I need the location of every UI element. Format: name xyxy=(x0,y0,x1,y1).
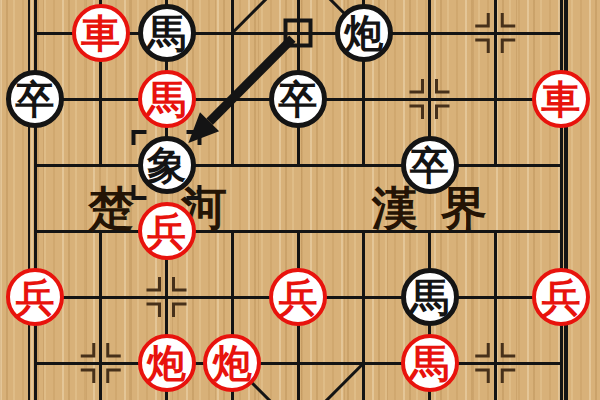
point-marker-corner xyxy=(475,343,488,356)
piece-red-soldier[interactable]: 兵 xyxy=(269,268,327,326)
piece-red-cannon[interactable]: 炮 xyxy=(138,334,196,392)
point-marker-corner xyxy=(475,13,488,26)
point-marker-corner xyxy=(502,343,515,356)
xiangqi-board[interactable]: 楚 河 漢 界 車馬炮卒馬卒車象卒兵兵兵馬兵炮炮馬 xyxy=(0,0,600,400)
point-marker-corner xyxy=(437,106,450,119)
piece-black-soldier[interactable]: 卒 xyxy=(269,70,327,128)
piece-black-horse[interactable]: 馬 xyxy=(401,268,459,326)
piece-black-soldier[interactable]: 卒 xyxy=(401,136,459,194)
point-marker-corner xyxy=(174,277,187,290)
piece-red-horse[interactable]: 馬 xyxy=(138,70,196,128)
piece-red-cannon[interactable]: 炮 xyxy=(203,334,261,392)
point-marker-corner xyxy=(147,277,160,290)
point-marker-corner xyxy=(108,343,121,356)
point-marker-corner xyxy=(475,370,488,383)
piece-red-chariot[interactable]: 車 xyxy=(532,70,590,128)
point-marker-corner xyxy=(81,343,94,356)
piece-black-elephant[interactable]: 象 xyxy=(138,136,196,194)
point-marker-corner xyxy=(174,304,187,317)
piece-red-soldier[interactable]: 兵 xyxy=(532,268,590,326)
point-marker-corner xyxy=(410,106,423,119)
river-char-jie: 界 xyxy=(441,186,487,232)
river-char-chu: 楚 xyxy=(88,186,134,232)
point-marker-corner xyxy=(475,40,488,53)
point-marker-corner xyxy=(147,304,160,317)
piece-red-soldier[interactable]: 兵 xyxy=(138,202,196,260)
point-marker-corner xyxy=(410,79,423,92)
point-marker-corner xyxy=(502,13,515,26)
point-marker-corner xyxy=(502,370,515,383)
river-char-han: 漢 xyxy=(372,186,418,232)
piece-red-chariot[interactable]: 車 xyxy=(72,4,130,62)
point-marker-corner xyxy=(108,370,121,383)
point-marker-corner xyxy=(502,40,515,53)
piece-black-cannon[interactable]: 炮 xyxy=(335,4,393,62)
piece-red-soldier[interactable]: 兵 xyxy=(6,268,64,326)
piece-black-horse[interactable]: 馬 xyxy=(138,4,196,62)
piece-black-soldier[interactable]: 卒 xyxy=(6,70,64,128)
point-marker-corner xyxy=(437,79,450,92)
point-marker-corner xyxy=(81,370,94,383)
piece-red-horse[interactable]: 馬 xyxy=(401,334,459,392)
